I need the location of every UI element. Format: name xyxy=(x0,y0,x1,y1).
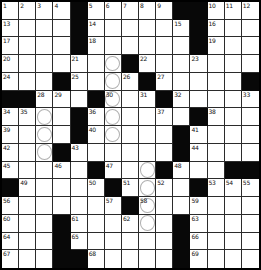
clue-number-55: 55 xyxy=(243,179,250,186)
cell-r10c4[interactable]: 46 xyxy=(53,162,70,180)
cell-r11c13[interactable]: 53 xyxy=(208,179,225,197)
cell-r15c1[interactable]: 67 xyxy=(2,250,19,268)
clue-number-31: 31 xyxy=(140,91,147,98)
cell-r12c1[interactable]: 56 xyxy=(2,197,19,215)
cell-r15c10[interactable] xyxy=(156,250,173,268)
crossword-board: 1234567891011121314151617181920212223242… xyxy=(0,0,261,270)
cell-r10c9[interactable] xyxy=(139,162,156,180)
circle-marker xyxy=(140,180,155,196)
cell-r5c8[interactable]: 26 xyxy=(122,73,139,91)
cell-r4c9[interactable]: 22 xyxy=(139,55,156,73)
black-cell-r13c4 xyxy=(53,215,70,233)
clue-number-63: 63 xyxy=(191,215,198,222)
cell-r2c4[interactable] xyxy=(53,20,70,38)
cell-r3c8[interactable] xyxy=(122,37,139,55)
cell-r8c8[interactable] xyxy=(122,126,139,144)
clue-number-7: 7 xyxy=(123,2,127,9)
cell-r10c5[interactable] xyxy=(71,162,88,180)
clue-number-38: 38 xyxy=(209,108,216,115)
black-cell-r11c12 xyxy=(190,179,207,197)
circle-marker xyxy=(37,109,52,125)
cell-r9c1[interactable]: 42 xyxy=(2,144,19,162)
cell-r4c3[interactable] xyxy=(36,55,53,73)
cell-r6c12[interactable] xyxy=(190,91,207,109)
cell-r6c9[interactable]: 31 xyxy=(139,91,156,109)
clue-number-61: 61 xyxy=(72,215,79,222)
cell-r3c15[interactable] xyxy=(242,37,259,55)
cell-r2c15[interactable] xyxy=(242,20,259,38)
cell-r3c10[interactable] xyxy=(156,37,173,55)
black-cell-r3c12 xyxy=(190,37,207,55)
clue-number-69: 69 xyxy=(191,250,198,257)
cell-r8c2[interactable] xyxy=(19,126,36,144)
cell-r14c1[interactable]: 64 xyxy=(2,233,19,251)
cell-r14c8[interactable] xyxy=(122,233,139,251)
clue-number-40: 40 xyxy=(89,126,96,133)
cell-r15c8[interactable] xyxy=(122,250,139,268)
cell-r13c12[interactable]: 63 xyxy=(190,215,207,233)
cell-r11c5[interactable] xyxy=(71,179,88,197)
clue-number-53: 53 xyxy=(209,179,216,186)
black-cell-r10c10 xyxy=(156,162,173,180)
cell-r13c8[interactable]: 62 xyxy=(122,215,139,233)
black-cell-r6c10 xyxy=(156,91,173,109)
cell-r1c14[interactable]: 11 xyxy=(225,2,242,20)
clue-number-48: 48 xyxy=(174,162,181,169)
cell-r12c9[interactable]: 58 xyxy=(139,197,156,215)
cell-r1c1[interactable]: 1 xyxy=(2,2,19,20)
cell-r6c7[interactable]: 30 xyxy=(105,91,122,109)
cell-r8c10[interactable] xyxy=(156,126,173,144)
clue-number-39: 39 xyxy=(3,126,10,133)
cell-r2c14[interactable] xyxy=(225,20,242,38)
cell-r7c9[interactable] xyxy=(139,108,156,126)
clue-number-20: 20 xyxy=(3,55,10,62)
cell-r5c1[interactable]: 24 xyxy=(2,73,19,91)
cell-r13c2[interactable] xyxy=(19,215,36,233)
clue-number-19: 19 xyxy=(209,37,216,44)
black-cell-r12c8 xyxy=(122,197,139,215)
cell-r4c11[interactable] xyxy=(173,55,190,73)
cell-r2c13[interactable]: 16 xyxy=(208,20,225,38)
black-cell-r1c5 xyxy=(71,2,88,20)
cell-r5c12[interactable] xyxy=(190,73,207,91)
black-cell-r1c11 xyxy=(173,2,190,20)
cell-r14c5[interactable]: 65 xyxy=(71,233,88,251)
cell-r4c14[interactable] xyxy=(225,55,242,73)
clue-number-45: 45 xyxy=(3,162,10,169)
clue-number-33: 33 xyxy=(243,91,250,98)
cell-r12c14[interactable] xyxy=(225,197,242,215)
clue-number-50: 50 xyxy=(89,179,96,186)
cell-r3c9[interactable] xyxy=(139,37,156,55)
black-cell-r2c5 xyxy=(71,20,88,38)
clue-number-10: 10 xyxy=(209,2,216,9)
cell-r9c12[interactable]: 44 xyxy=(190,144,207,162)
cell-r7c6[interactable]: 36 xyxy=(88,108,105,126)
cell-r2c10[interactable] xyxy=(156,20,173,38)
cell-r15c2[interactable] xyxy=(19,250,36,268)
clue-number-21: 21 xyxy=(72,55,79,62)
cell-r15c9[interactable] xyxy=(139,250,156,268)
clue-number-15: 15 xyxy=(174,20,181,27)
black-cell-r14c4 xyxy=(53,233,70,251)
clue-number-49: 49 xyxy=(20,179,27,186)
cell-r12c15[interactable] xyxy=(242,197,259,215)
cell-r13c6[interactable] xyxy=(88,215,105,233)
cell-r14c15[interactable] xyxy=(242,233,259,251)
cell-r14c2[interactable] xyxy=(19,233,36,251)
cell-r14c14[interactable] xyxy=(225,233,242,251)
clue-number-62: 62 xyxy=(123,215,130,222)
clue-number-8: 8 xyxy=(140,2,144,9)
cell-r7c13[interactable]: 38 xyxy=(208,108,225,126)
black-cell-r7c5 xyxy=(71,108,88,126)
cell-r13c3[interactable] xyxy=(36,215,53,233)
cell-r8c3[interactable] xyxy=(36,126,53,144)
clue-number-28: 28 xyxy=(37,91,44,98)
clue-number-16: 16 xyxy=(209,20,216,27)
cell-r7c7[interactable] xyxy=(105,108,122,126)
cell-r2c7[interactable] xyxy=(105,20,122,38)
black-cell-r5c4 xyxy=(53,73,70,91)
cell-r11c14[interactable]: 54 xyxy=(225,179,242,197)
cell-r10c8[interactable] xyxy=(122,162,139,180)
clue-number-41: 41 xyxy=(191,126,198,133)
black-cell-r7c12 xyxy=(190,108,207,126)
clue-number-60: 60 xyxy=(3,215,10,222)
cell-r6c14[interactable] xyxy=(225,91,242,109)
cell-r6c3[interactable]: 28 xyxy=(36,91,53,109)
cell-r6c5[interactable] xyxy=(71,91,88,109)
black-cell-r9c4 xyxy=(53,144,70,162)
clue-number-64: 64 xyxy=(3,233,10,240)
cell-r13c7[interactable] xyxy=(105,215,122,233)
black-cell-r15c5 xyxy=(71,250,88,268)
cell-r1c10[interactable]: 9 xyxy=(156,2,173,20)
cell-r4c2[interactable] xyxy=(19,55,36,73)
clue-number-42: 42 xyxy=(3,144,10,151)
cell-r3c13[interactable]: 19 xyxy=(208,37,225,55)
black-cell-r14c11 xyxy=(173,233,190,251)
cell-r6c4[interactable]: 29 xyxy=(53,91,70,109)
cell-r3c6[interactable]: 18 xyxy=(88,37,105,55)
clue-number-14: 14 xyxy=(89,20,96,27)
cell-r9c8[interactable] xyxy=(122,144,139,162)
cell-r5c14[interactable] xyxy=(225,73,242,91)
cell-r12c2[interactable] xyxy=(19,197,36,215)
cell-r7c3[interactable] xyxy=(36,108,53,126)
cell-r2c9[interactable] xyxy=(139,20,156,38)
cell-r15c13[interactable] xyxy=(208,250,225,268)
clue-number-12: 12 xyxy=(243,2,250,9)
circle-marker xyxy=(105,109,120,125)
clue-number-43: 43 xyxy=(72,144,79,151)
cell-r8c1[interactable]: 39 xyxy=(2,126,19,144)
cell-r7c10[interactable]: 37 xyxy=(156,108,173,126)
cell-r4c4[interactable] xyxy=(53,55,70,73)
cell-r11c2[interactable]: 49 xyxy=(19,179,36,197)
black-cell-r8c11 xyxy=(173,126,190,144)
cell-r9c15[interactable] xyxy=(242,144,259,162)
black-cell-r9c11 xyxy=(173,144,190,162)
cell-r11c11[interactable] xyxy=(173,179,190,197)
cell-r7c2[interactable]: 35 xyxy=(19,108,36,126)
cell-r10c2[interactable] xyxy=(19,162,36,180)
cell-r7c14[interactable] xyxy=(225,108,242,126)
clue-number-27: 27 xyxy=(157,73,164,80)
cell-r12c4[interactable] xyxy=(53,197,70,215)
cell-r8c14[interactable] xyxy=(225,126,242,144)
cell-r4c7[interactable] xyxy=(105,55,122,73)
cell-r3c3[interactable] xyxy=(36,37,53,55)
cell-r8c13[interactable] xyxy=(208,126,225,144)
cell-r6c15[interactable]: 33 xyxy=(242,91,259,109)
cell-r10c3[interactable] xyxy=(36,162,53,180)
black-cell-r1c12 xyxy=(190,2,207,20)
circle-marker xyxy=(37,144,52,160)
cell-r12c5[interactable] xyxy=(71,197,88,215)
black-cell-r11c7 xyxy=(105,179,122,197)
cell-r11c8[interactable]: 51 xyxy=(122,179,139,197)
clue-number-47: 47 xyxy=(106,162,113,169)
cell-r8c6[interactable]: 40 xyxy=(88,126,105,144)
cell-r7c15[interactable] xyxy=(242,108,259,126)
cell-r1c13[interactable]: 10 xyxy=(208,2,225,20)
cell-r8c9[interactable] xyxy=(139,126,156,144)
cell-r13c14[interactable] xyxy=(225,215,242,233)
cell-r11c10[interactable]: 52 xyxy=(156,179,173,197)
black-cell-r5c15 xyxy=(242,73,259,91)
cell-r2c11[interactable]: 15 xyxy=(173,20,190,38)
cell-r12c11[interactable] xyxy=(173,197,190,215)
cell-r10c12[interactable] xyxy=(190,162,207,180)
cell-r13c1[interactable]: 60 xyxy=(2,215,19,233)
cell-r10c13[interactable] xyxy=(208,162,225,180)
cell-r13c13[interactable] xyxy=(208,215,225,233)
circle-marker xyxy=(140,215,155,231)
cell-r11c4[interactable] xyxy=(53,179,70,197)
cell-r9c5[interactable]: 43 xyxy=(71,144,88,162)
cell-r9c3[interactable] xyxy=(36,144,53,162)
cell-r9c10[interactable] xyxy=(156,144,173,162)
cell-r4c6[interactable] xyxy=(88,55,105,73)
cell-r1c9[interactable]: 8 xyxy=(139,2,156,20)
black-cell-r6c1 xyxy=(2,91,19,109)
cell-r4c10[interactable] xyxy=(156,55,173,73)
clue-number-2: 2 xyxy=(20,2,24,9)
cell-r4c1[interactable]: 20 xyxy=(2,55,19,73)
clue-number-59: 59 xyxy=(191,197,198,204)
clue-number-35: 35 xyxy=(20,108,27,115)
cell-r13c15[interactable] xyxy=(242,215,259,233)
black-cell-r15c11 xyxy=(173,250,190,268)
black-cell-r4c8 xyxy=(122,55,139,73)
cell-r7c8[interactable] xyxy=(122,108,139,126)
clue-number-25: 25 xyxy=(72,73,79,80)
cell-r7c11[interactable] xyxy=(173,108,190,126)
cell-r12c10[interactable] xyxy=(156,197,173,215)
clue-number-66: 66 xyxy=(191,233,198,240)
cell-r12c12[interactable]: 59 xyxy=(190,197,207,215)
clue-number-17: 17 xyxy=(3,37,10,44)
clue-number-57: 57 xyxy=(106,197,113,204)
cell-r5c6[interactable] xyxy=(88,73,105,91)
clue-number-65: 65 xyxy=(72,233,79,240)
cell-r9c9[interactable] xyxy=(139,144,156,162)
clue-number-9: 9 xyxy=(157,2,161,9)
cell-r15c3[interactable] xyxy=(36,250,53,268)
cell-r8c4[interactable] xyxy=(53,126,70,144)
cell-r15c15[interactable] xyxy=(242,250,259,268)
cell-r4c13[interactable] xyxy=(208,55,225,73)
black-cell-r5c9 xyxy=(139,73,156,91)
cell-r15c7[interactable] xyxy=(105,250,122,268)
cell-r10c7[interactable]: 47 xyxy=(105,162,122,180)
cell-r2c1[interactable]: 13 xyxy=(2,20,19,38)
clue-number-3: 3 xyxy=(37,2,41,9)
clue-number-13: 13 xyxy=(3,20,10,27)
clue-number-5: 5 xyxy=(89,2,93,9)
black-cell-r6c2 xyxy=(19,91,36,109)
cell-r9c13[interactable] xyxy=(208,144,225,162)
cell-r3c4[interactable] xyxy=(53,37,70,55)
cell-r14c12[interactable]: 66 xyxy=(190,233,207,251)
clue-number-30: 30 xyxy=(106,91,113,98)
cell-r10c1[interactable]: 45 xyxy=(2,162,19,180)
circle-marker xyxy=(105,73,120,89)
cell-r11c15[interactable]: 55 xyxy=(242,179,259,197)
black-cell-r13c11 xyxy=(173,215,190,233)
black-cell-r8c5 xyxy=(71,126,88,144)
cell-r2c8[interactable] xyxy=(122,20,139,38)
black-cell-r2c12 xyxy=(190,20,207,38)
clue-number-54: 54 xyxy=(226,179,233,186)
clue-number-51: 51 xyxy=(123,179,130,186)
cell-r8c7[interactable] xyxy=(105,126,122,144)
clue-number-37: 37 xyxy=(157,108,164,115)
clue-number-11: 11 xyxy=(226,2,233,9)
cell-r14c7[interactable] xyxy=(105,233,122,251)
cell-r1c8[interactable]: 7 xyxy=(122,2,139,20)
cell-r12c7[interactable]: 57 xyxy=(105,197,122,215)
clue-number-52: 52 xyxy=(157,179,164,186)
cell-r4c5[interactable]: 21 xyxy=(71,55,88,73)
cell-r14c9[interactable] xyxy=(139,233,156,251)
cell-r14c6[interactable] xyxy=(88,233,105,251)
cell-r14c3[interactable] xyxy=(36,233,53,251)
cell-r3c14[interactable] xyxy=(225,37,242,55)
clue-number-22: 22 xyxy=(140,55,147,62)
circle-marker xyxy=(37,127,52,143)
cell-r8c12[interactable]: 41 xyxy=(190,126,207,144)
cell-r11c6[interactable]: 50 xyxy=(88,179,105,197)
cell-r1c15[interactable]: 12 xyxy=(242,2,259,20)
cell-r1c7[interactable]: 6 xyxy=(105,2,122,20)
clue-number-46: 46 xyxy=(54,162,61,169)
cell-r5c11[interactable] xyxy=(173,73,190,91)
cell-r3c11[interactable] xyxy=(173,37,190,55)
cell-r14c13[interactable] xyxy=(208,233,225,251)
clue-number-24: 24 xyxy=(3,73,10,80)
clue-number-34: 34 xyxy=(3,108,10,115)
cell-r6c11[interactable]: 32 xyxy=(173,91,190,109)
cell-r2c3[interactable] xyxy=(36,20,53,38)
clue-number-44: 44 xyxy=(191,144,198,151)
cell-r1c2[interactable]: 2 xyxy=(19,2,36,20)
clue-number-36: 36 xyxy=(89,108,96,115)
circle-marker xyxy=(140,162,155,178)
cell-r2c6[interactable]: 14 xyxy=(88,20,105,38)
cell-r6c13[interactable] xyxy=(208,91,225,109)
circle-marker xyxy=(105,56,120,72)
cell-r15c6[interactable]: 68 xyxy=(88,250,105,268)
clue-number-4: 4 xyxy=(54,2,58,9)
cell-r8c15[interactable] xyxy=(242,126,259,144)
cell-r6c8[interactable] xyxy=(122,91,139,109)
clue-number-1: 1 xyxy=(3,2,7,9)
black-cell-r10c15 xyxy=(242,162,259,180)
clue-number-18: 18 xyxy=(89,37,96,44)
cell-r4c12[interactable]: 23 xyxy=(190,55,207,73)
clue-number-68: 68 xyxy=(89,250,96,257)
cell-r7c1[interactable]: 34 xyxy=(2,108,19,126)
clue-number-56: 56 xyxy=(3,197,10,204)
cell-r13c10[interactable] xyxy=(156,215,173,233)
cell-r13c9[interactable] xyxy=(139,215,156,233)
cell-r10c11[interactable]: 48 xyxy=(173,162,190,180)
cell-r7c4[interactable] xyxy=(53,108,70,126)
cell-r9c7[interactable] xyxy=(105,144,122,162)
clue-number-67: 67 xyxy=(3,250,10,257)
cell-r5c7[interactable] xyxy=(105,73,122,91)
black-cell-r10c14 xyxy=(225,162,242,180)
cell-r9c6[interactable] xyxy=(88,144,105,162)
cell-r11c9[interactable] xyxy=(139,179,156,197)
cell-r5c2[interactable] xyxy=(19,73,36,91)
cell-r9c14[interactable] xyxy=(225,144,242,162)
cell-r5c13[interactable] xyxy=(208,73,225,91)
cell-r12c13[interactable] xyxy=(208,197,225,215)
cell-r1c6[interactable]: 5 xyxy=(88,2,105,20)
cell-r15c14[interactable] xyxy=(225,250,242,268)
cell-r12c3[interactable] xyxy=(36,197,53,215)
cell-r11c3[interactable] xyxy=(36,179,53,197)
cell-r1c4[interactable]: 4 xyxy=(53,2,70,20)
black-cell-r6c6 xyxy=(88,91,105,109)
clue-number-6: 6 xyxy=(106,2,110,9)
cell-r13c5[interactable]: 61 xyxy=(71,215,88,233)
cell-r12c6[interactable] xyxy=(88,197,105,215)
cell-r3c2[interactable] xyxy=(19,37,36,55)
cell-r1c3[interactable]: 3 xyxy=(36,2,53,20)
clue-number-26: 26 xyxy=(123,73,130,80)
black-cell-r10c6 xyxy=(88,162,105,180)
cell-r3c1[interactable]: 17 xyxy=(2,37,19,55)
cell-r5c5[interactable]: 25 xyxy=(71,73,88,91)
cell-r4c15[interactable] xyxy=(242,55,259,73)
cell-r3c7[interactable] xyxy=(105,37,122,55)
black-cell-r3c5 xyxy=(71,37,88,55)
clue-number-29: 29 xyxy=(54,91,61,98)
cell-r5c10[interactable]: 27 xyxy=(156,73,173,91)
cell-r14c10[interactable] xyxy=(156,233,173,251)
clue-number-32: 32 xyxy=(174,91,181,98)
cell-r9c2[interactable] xyxy=(19,144,36,162)
cell-r2c2[interactable] xyxy=(19,20,36,38)
cell-r15c12[interactable]: 69 xyxy=(190,250,207,268)
cell-r5c3[interactable] xyxy=(36,73,53,91)
